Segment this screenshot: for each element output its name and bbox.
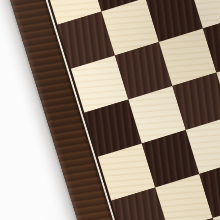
chess-board-photo (1, 0, 220, 220)
photo-background (0, 0, 220, 220)
